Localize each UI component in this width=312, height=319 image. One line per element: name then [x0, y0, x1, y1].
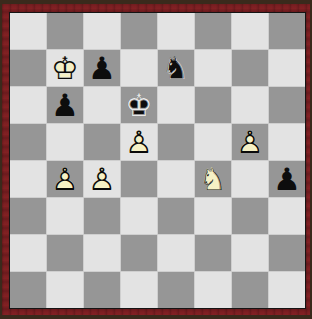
- black-knight-icon: ♞: [158, 50, 194, 86]
- black-pawn-icon: ♟: [84, 50, 120, 86]
- piece-white-knight-f4[interactable]: ♞♘: [195, 161, 231, 197]
- square-g3[interactable]: [232, 198, 268, 234]
- square-e6[interactable]: [158, 87, 194, 123]
- square-h7[interactable]: [269, 50, 305, 86]
- square-f2[interactable]: [195, 235, 231, 271]
- square-f8[interactable]: [195, 13, 231, 49]
- square-b3[interactable]: [47, 198, 83, 234]
- square-h8[interactable]: [269, 13, 305, 49]
- square-a7[interactable]: [10, 50, 46, 86]
- piece-white-king-b7[interactable]: ♚♔: [47, 50, 83, 86]
- piece-black-pawn-b6[interactable]: ♟♙: [47, 87, 83, 123]
- square-a6[interactable]: [10, 87, 46, 123]
- pawn-outline-icon: ♙: [232, 124, 268, 160]
- square-a3[interactable]: [10, 198, 46, 234]
- square-c6[interactable]: [84, 87, 120, 123]
- piece-black-pawn-c7[interactable]: ♟♙: [84, 50, 120, 86]
- square-f7[interactable]: [195, 50, 231, 86]
- square-f4[interactable]: ♞♘: [195, 161, 231, 197]
- square-c5[interactable]: [84, 124, 120, 160]
- square-b8[interactable]: [47, 13, 83, 49]
- piece-white-pawn-b4[interactable]: ♟♙: [47, 161, 83, 197]
- square-e7[interactable]: ♞♘: [158, 50, 194, 86]
- square-b4[interactable]: ♟♙: [47, 161, 83, 197]
- square-h2[interactable]: [269, 235, 305, 271]
- chess-board: ♚♔♟♙♞♘♟♙♚♔♟♙♟♙♟♙♟♙♞♘♟♙: [9, 12, 306, 309]
- square-g2[interactable]: [232, 235, 268, 271]
- square-b5[interactable]: [47, 124, 83, 160]
- square-d8[interactable]: [121, 13, 157, 49]
- knight-outline-icon: ♘: [195, 161, 231, 197]
- square-f1[interactable]: [195, 272, 231, 308]
- king-outline-icon: ♔: [121, 87, 157, 123]
- square-c1[interactable]: [84, 272, 120, 308]
- pawn-outline-icon: ♙: [47, 161, 83, 197]
- square-b1[interactable]: [47, 272, 83, 308]
- piece-white-pawn-c4[interactable]: ♟♙: [84, 161, 120, 197]
- square-b6[interactable]: ♟♙: [47, 87, 83, 123]
- square-g8[interactable]: [232, 13, 268, 49]
- square-c7[interactable]: ♟♙: [84, 50, 120, 86]
- black-king-icon: ♚: [121, 87, 157, 123]
- black-pawn-icon: ♟: [269, 161, 305, 197]
- square-d5[interactable]: ♟♙: [121, 124, 157, 160]
- square-g5[interactable]: ♟♙: [232, 124, 268, 160]
- square-d4[interactable]: [121, 161, 157, 197]
- square-e2[interactable]: [158, 235, 194, 271]
- square-e8[interactable]: [158, 13, 194, 49]
- piece-black-knight-e7[interactable]: ♞♘: [158, 50, 194, 86]
- white-king-icon: ♚: [47, 50, 83, 86]
- pawn-outline-icon: ♙: [121, 124, 157, 160]
- pawn-outline-icon: ♙: [84, 161, 120, 197]
- white-knight-icon: ♞: [195, 161, 231, 197]
- square-g6[interactable]: [232, 87, 268, 123]
- square-a2[interactable]: [10, 235, 46, 271]
- piece-black-king-d6[interactable]: ♚♔: [121, 87, 157, 123]
- square-b2[interactable]: [47, 235, 83, 271]
- square-c8[interactable]: [84, 13, 120, 49]
- white-pawn-icon: ♟: [47, 161, 83, 197]
- piece-white-pawn-d5[interactable]: ♟♙: [121, 124, 157, 160]
- square-e4[interactable]: [158, 161, 194, 197]
- square-c4[interactable]: ♟♙: [84, 161, 120, 197]
- king-outline-icon: ♔: [47, 50, 83, 86]
- board-frame: ♚♔♟♙♞♘♟♙♚♔♟♙♟♙♟♙♟♙♞♘♟♙: [2, 4, 310, 315]
- square-b7[interactable]: ♚♔: [47, 50, 83, 86]
- page-background: ♚♔♟♙♞♘♟♙♚♔♟♙♟♙♟♙♟♙♞♘♟♙: [0, 0, 312, 319]
- knight-outline-icon: ♘: [158, 50, 194, 86]
- square-c2[interactable]: [84, 235, 120, 271]
- square-e1[interactable]: [158, 272, 194, 308]
- square-d3[interactable]: [121, 198, 157, 234]
- square-d7[interactable]: [121, 50, 157, 86]
- square-g1[interactable]: [232, 272, 268, 308]
- piece-white-pawn-g5[interactable]: ♟♙: [232, 124, 268, 160]
- black-pawn-icon: ♟: [47, 87, 83, 123]
- square-a8[interactable]: [10, 13, 46, 49]
- square-g4[interactable]: [232, 161, 268, 197]
- square-h1[interactable]: [269, 272, 305, 308]
- square-f5[interactable]: [195, 124, 231, 160]
- white-pawn-icon: ♟: [84, 161, 120, 197]
- square-a1[interactable]: [10, 272, 46, 308]
- square-e5[interactable]: [158, 124, 194, 160]
- white-pawn-icon: ♟: [121, 124, 157, 160]
- square-d2[interactable]: [121, 235, 157, 271]
- square-a5[interactable]: [10, 124, 46, 160]
- square-d6[interactable]: ♚♔: [121, 87, 157, 123]
- square-e3[interactable]: [158, 198, 194, 234]
- square-d1[interactable]: [121, 272, 157, 308]
- square-h5[interactable]: [269, 124, 305, 160]
- square-f6[interactable]: [195, 87, 231, 123]
- square-h6[interactable]: [269, 87, 305, 123]
- white-pawn-icon: ♟: [232, 124, 268, 160]
- piece-black-pawn-h4[interactable]: ♟♙: [269, 161, 305, 197]
- square-c3[interactable]: [84, 198, 120, 234]
- square-h4[interactable]: ♟♙: [269, 161, 305, 197]
- square-a4[interactable]: [10, 161, 46, 197]
- square-f3[interactable]: [195, 198, 231, 234]
- square-h3[interactable]: [269, 198, 305, 234]
- square-g7[interactable]: [232, 50, 268, 86]
